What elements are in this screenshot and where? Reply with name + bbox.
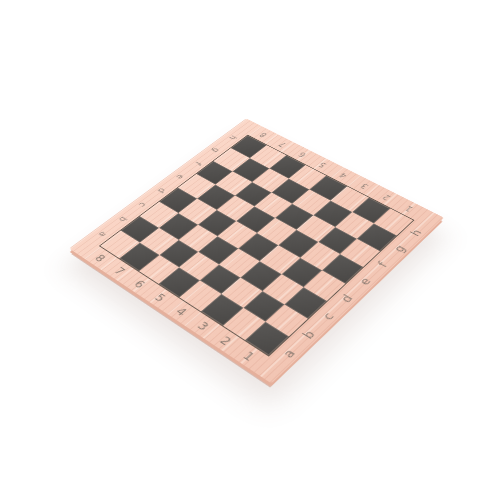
- chessboard: 87654321 87654321 hgfedcba hgfedcba: [69, 118, 444, 383]
- product-photo-background: 87654321 87654321 hgfedcba hgfedcba: [0, 0, 500, 500]
- board-grid: [99, 135, 415, 357]
